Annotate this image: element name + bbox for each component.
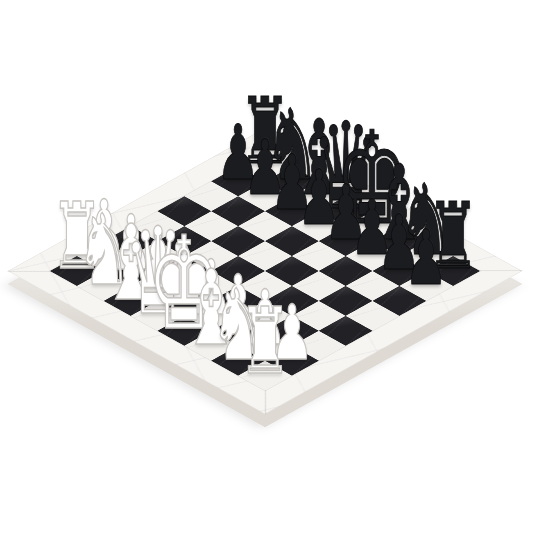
white-rook-h1[interactable]: ♜ — [239, 296, 292, 388]
frame-mitre-seam — [479, 270, 522, 271]
frame-mitre-seam — [8, 271, 51, 272]
black-pawn-h7[interactable]: ♟ — [404, 220, 448, 296]
chess-set-photo: ♜♞♝♛♚♝♞♜♟♟♟♟♟♟♟♟♟♟♟♟♟♟♟♟♜♞♝♛♚♝♞♜ — [0, 0, 533, 533]
